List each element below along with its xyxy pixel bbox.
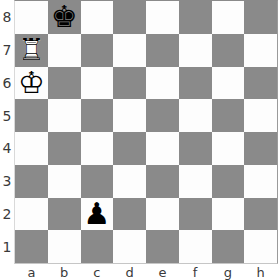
square-g6[interactable] xyxy=(212,67,245,100)
square-c2[interactable]: ♟ xyxy=(81,198,114,231)
square-a2[interactable] xyxy=(15,198,48,231)
square-e5[interactable] xyxy=(146,99,179,132)
square-e7[interactable] xyxy=(146,34,179,67)
square-f3[interactable] xyxy=(179,165,212,198)
square-b3[interactable] xyxy=(48,165,81,198)
square-f2[interactable] xyxy=(179,198,212,231)
square-b1[interactable] xyxy=(48,230,81,263)
square-b2[interactable] xyxy=(48,198,81,231)
square-c6[interactable] xyxy=(81,67,114,100)
square-g2[interactable] xyxy=(212,198,245,231)
square-a4[interactable] xyxy=(15,132,48,165)
square-e3[interactable] xyxy=(146,165,179,198)
square-b4[interactable] xyxy=(48,132,81,165)
square-h6[interactable] xyxy=(244,67,277,100)
square-a3[interactable] xyxy=(15,165,48,198)
square-h8[interactable] xyxy=(244,1,277,34)
file-label-d: d xyxy=(113,264,146,280)
square-a8[interactable] xyxy=(15,1,48,34)
square-g5[interactable] xyxy=(212,99,245,132)
square-g8[interactable] xyxy=(212,1,245,34)
square-b8[interactable]: ♚ xyxy=(48,1,81,34)
square-h7[interactable] xyxy=(244,34,277,67)
file-label-e: e xyxy=(146,264,179,280)
square-f6[interactable] xyxy=(179,67,212,100)
square-f1[interactable] xyxy=(179,230,212,263)
rank-label-3: 3 xyxy=(0,165,14,198)
square-e2[interactable] xyxy=(146,198,179,231)
square-c8[interactable] xyxy=(81,1,114,34)
square-g3[interactable] xyxy=(212,165,245,198)
rank-label-6: 6 xyxy=(0,67,14,100)
square-d2[interactable] xyxy=(113,198,146,231)
square-g1[interactable] xyxy=(212,230,245,263)
square-e4[interactable] xyxy=(146,132,179,165)
square-c5[interactable] xyxy=(81,99,114,132)
rank-label-2: 2 xyxy=(0,198,14,231)
square-g4[interactable] xyxy=(212,132,245,165)
file-label-a: a xyxy=(15,264,48,280)
file-label-g: g xyxy=(212,264,245,280)
chess-board: ♚♜♖♚♔♟ xyxy=(15,1,277,263)
file-label-h: h xyxy=(244,264,277,280)
square-h2[interactable] xyxy=(244,198,277,231)
file-label-b: b xyxy=(48,264,81,280)
square-h1[interactable] xyxy=(244,230,277,263)
white-king-outline-glyph: ♔ xyxy=(15,67,48,100)
black-pawn-glyph: ♟ xyxy=(81,198,114,231)
square-a6[interactable]: ♚♔ xyxy=(15,67,48,100)
square-h4[interactable] xyxy=(244,132,277,165)
square-b6[interactable] xyxy=(48,67,81,100)
square-h5[interactable] xyxy=(244,99,277,132)
square-e1[interactable] xyxy=(146,230,179,263)
square-d5[interactable] xyxy=(113,99,146,132)
rank-label-1: 1 xyxy=(0,230,14,263)
square-f4[interactable] xyxy=(179,132,212,165)
square-h3[interactable] xyxy=(244,165,277,198)
square-f8[interactable] xyxy=(179,1,212,34)
chess-diagram: 87654321 ♚♜♖♚♔♟ abcdefgh xyxy=(0,0,280,280)
black-pawn-piece[interactable]: ♟ xyxy=(81,198,114,231)
square-a5[interactable] xyxy=(15,99,48,132)
square-e8[interactable] xyxy=(146,1,179,34)
rank-label-8: 8 xyxy=(0,1,14,34)
rank-coordinates: 87654321 xyxy=(0,1,14,263)
square-a7[interactable]: ♜♖ xyxy=(15,34,48,67)
square-b5[interactable] xyxy=(48,99,81,132)
square-d8[interactable] xyxy=(113,1,146,34)
white-rook-piece[interactable]: ♜♖ xyxy=(15,34,48,67)
file-label-f: f xyxy=(179,264,212,280)
white-rook-outline-glyph: ♖ xyxy=(15,34,48,67)
square-c3[interactable] xyxy=(81,165,114,198)
rank-label-5: 5 xyxy=(0,99,14,132)
square-f5[interactable] xyxy=(179,99,212,132)
square-a1[interactable] xyxy=(15,230,48,263)
rank-label-7: 7 xyxy=(0,34,14,67)
black-king-glyph: ♚ xyxy=(48,1,81,34)
square-c7[interactable] xyxy=(81,34,114,67)
file-label-c: c xyxy=(81,264,114,280)
square-d3[interactable] xyxy=(113,165,146,198)
square-f7[interactable] xyxy=(179,34,212,67)
file-coordinates: abcdefgh xyxy=(15,264,277,280)
white-king-piece[interactable]: ♚♔ xyxy=(15,67,48,100)
square-d6[interactable] xyxy=(113,67,146,100)
chess-board-frame: ♚♜♖♚♔♟ xyxy=(14,0,278,264)
square-b7[interactable] xyxy=(48,34,81,67)
square-d4[interactable] xyxy=(113,132,146,165)
square-d1[interactable] xyxy=(113,230,146,263)
black-king-piece[interactable]: ♚ xyxy=(48,1,81,34)
square-d7[interactable] xyxy=(113,34,146,67)
square-c4[interactable] xyxy=(81,132,114,165)
square-g7[interactable] xyxy=(212,34,245,67)
rank-label-4: 4 xyxy=(0,132,14,165)
square-e6[interactable] xyxy=(146,67,179,100)
square-c1[interactable] xyxy=(81,230,114,263)
